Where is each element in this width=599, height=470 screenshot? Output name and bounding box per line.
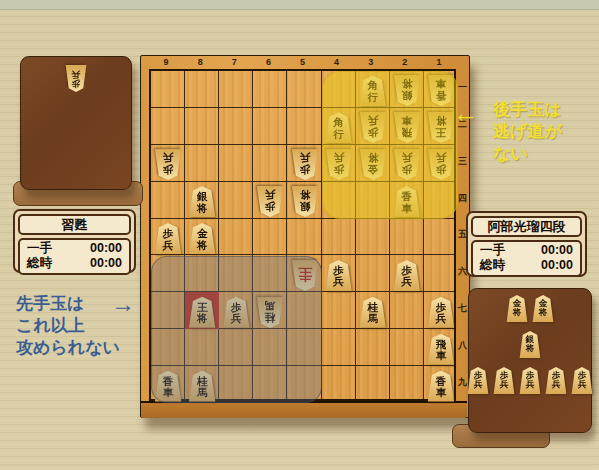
shogi-piece-2-2[interactable]: 飛車 — [393, 112, 421, 143]
file-label: 3 — [354, 56, 388, 69]
shogi-piece[interactable]: 歩兵 — [545, 367, 567, 394]
shogi-piece-3-2[interactable]: 歩兵 — [359, 112, 387, 143]
file-coordinates: 987654321 — [149, 56, 456, 69]
shogi-piece-5-6[interactable]: 圭 — [291, 260, 319, 291]
shogi-piece[interactable]: 歩兵 — [493, 367, 515, 394]
shogi-piece[interactable]: 歩兵 — [519, 367, 541, 394]
shogi-piece-2-1[interactable]: 銀将 — [393, 75, 421, 106]
shogi-piece-1-9[interactable]: 香車 — [427, 371, 455, 402]
shogi-piece-2-4[interactable]: 香車 — [393, 186, 421, 217]
board-front-face — [141, 401, 467, 418]
shogi-piece-4-3[interactable]: 歩兵 — [325, 149, 353, 180]
file-label: 5 — [285, 56, 319, 69]
shogi-piece-3-1[interactable]: 角行 — [359, 75, 387, 106]
shogi-piece-1-2[interactable]: 王将 — [427, 112, 455, 143]
left-move-time: 00:00 — [90, 241, 122, 256]
right-player-panel: 阿部光瑠四段 一手 00:00 総時 00:00 — [466, 211, 587, 277]
gote-hand-pieces: 歩兵 — [65, 65, 87, 92]
shogi-piece-1-8[interactable]: 飛車 — [427, 334, 455, 365]
left-total-label: 総時 — [27, 256, 52, 271]
left-arrow-icon: ← — [453, 98, 479, 129]
shogi-piece-8-5[interactable]: 金将 — [188, 223, 216, 254]
file-label: 4 — [320, 56, 354, 69]
shogi-piece-5-4[interactable]: 銀将 — [291, 186, 319, 217]
shogi-board: 987654321 角行銀将香車角行歩兵飛車王将歩兵歩兵歩兵金将歩兵歩兵銀将歩兵… — [140, 55, 470, 418]
right-arrow-icon: → — [111, 290, 135, 318]
tatami-background: 歩兵 習甦 一手 00:00 総時 00:00 先手玉は これ以上 攻められない… — [0, 0, 599, 470]
shogi-piece-9-5[interactable]: 歩兵 — [154, 223, 182, 254]
shogi-piece-1-1[interactable]: 香車 — [427, 75, 455, 106]
file-label: 6 — [251, 56, 285, 69]
sente-piece-stand[interactable]: 金将金将銀将歩兵歩兵歩兵歩兵歩兵 — [468, 288, 592, 433]
shogi-piece[interactable]: 歩兵 — [571, 367, 593, 394]
shogi-piece[interactable]: 歩兵 — [467, 367, 489, 394]
file-label: 2 — [388, 56, 422, 69]
file-label: 9 — [149, 56, 183, 69]
left-total-time: 00:00 — [90, 256, 122, 271]
rank-label: 一 — [456, 81, 469, 94]
shogi-piece-2-6[interactable]: 歩兵 — [393, 260, 421, 291]
shogi-piece-1-7[interactable]: 歩兵 — [427, 297, 455, 328]
shogi-piece-5-3[interactable]: 歩兵 — [291, 149, 319, 180]
sente-hand-pieces: 金将金将銀将歩兵歩兵歩兵歩兵歩兵 — [469, 295, 591, 394]
top-window-band — [0, 0, 599, 10]
shogi-piece-8-7[interactable]: 王将 — [188, 297, 216, 328]
left-player-clock: 一手 00:00 総時 00:00 — [18, 238, 131, 275]
rank-label: 四 — [456, 192, 469, 205]
shogi-piece-3-7[interactable]: 桂馬 — [359, 297, 387, 328]
file-label: 1 — [422, 56, 456, 69]
shogi-piece-8-4[interactable]: 銀将 — [188, 186, 216, 217]
right-move-label: 一手 — [480, 243, 505, 258]
left-move-label: 一手 — [27, 241, 52, 256]
shogi-piece-6-7[interactable]: 桂馬 — [256, 297, 284, 328]
shogi-piece[interactable]: 銀将 — [519, 331, 541, 358]
shogi-piece-7-7[interactable]: 歩兵 — [222, 297, 250, 328]
file-label: 7 — [217, 56, 251, 69]
shogi-piece-9-9[interactable]: 香車 — [154, 371, 182, 402]
right-total-label: 総時 — [480, 258, 505, 273]
gote-king-annotation: 後手玉は 逃げ道が ない — [493, 99, 562, 165]
shogi-piece[interactable]: 歩兵 — [65, 65, 87, 92]
shogi-piece-8-9[interactable]: 桂馬 — [188, 371, 216, 402]
shogi-piece-4-6[interactable]: 歩兵 — [325, 260, 353, 291]
shogi-piece-9-3[interactable]: 歩兵 — [154, 149, 182, 180]
file-label: 8 — [183, 56, 217, 69]
sente-king-annotation: 先手玉は これ以上 攻められない — [16, 293, 120, 359]
left-player-name: 習甦 — [18, 214, 131, 235]
shogi-piece-6-4[interactable]: 歩兵 — [256, 186, 284, 217]
shogi-piece[interactable]: 金将 — [506, 295, 528, 322]
right-total-time: 00:00 — [541, 258, 573, 273]
right-player-name: 阿部光瑠四段 — [471, 216, 582, 237]
board-grid[interactable]: 角行銀将香車角行歩兵飛車王将歩兵歩兵歩兵金将歩兵歩兵銀将歩兵銀将香車歩兵金将圭歩… — [149, 69, 456, 401]
gote-piece-stand[interactable]: 歩兵 — [20, 56, 132, 190]
shogi-piece-2-3[interactable]: 歩兵 — [393, 149, 421, 180]
left-player-panel: 習甦 一手 00:00 総時 00:00 — [13, 209, 136, 273]
right-move-time: 00:00 — [541, 243, 573, 258]
shogi-piece-1-3[interactable]: 歩兵 — [427, 149, 455, 180]
rank-label: 三 — [456, 155, 469, 168]
shogi-piece-4-2[interactable]: 角行 — [325, 112, 353, 143]
shogi-piece-3-3[interactable]: 金将 — [359, 149, 387, 180]
shogi-piece[interactable]: 金将 — [532, 295, 554, 322]
right-player-clock: 一手 00:00 総時 00:00 — [471, 240, 582, 277]
